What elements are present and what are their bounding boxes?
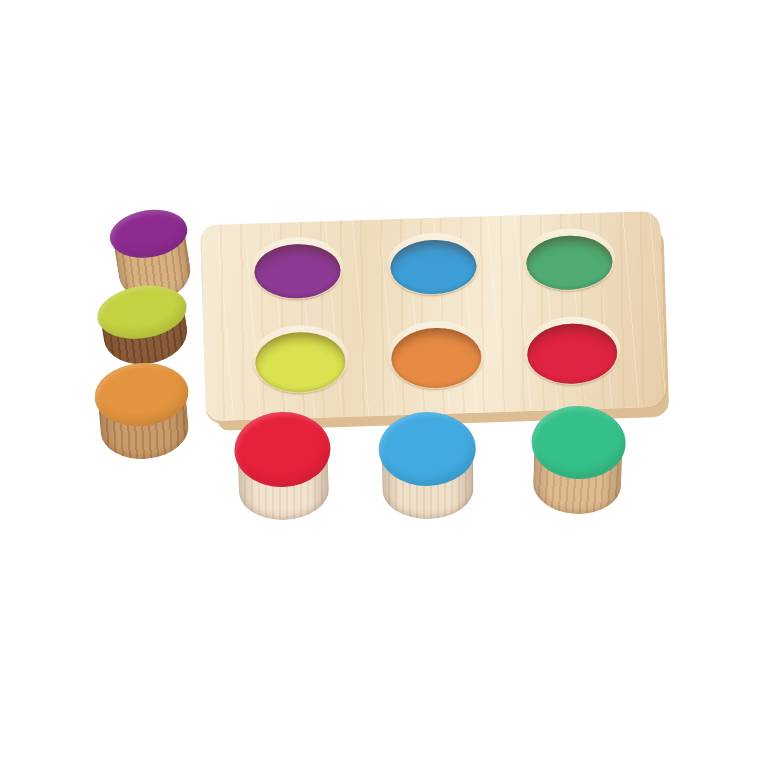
recess-green[interactable] (522, 227, 616, 292)
recess-blue-hole (390, 238, 478, 295)
recess-red-hole (526, 322, 618, 385)
recess-blue[interactable] (386, 231, 480, 296)
peg-orange[interactable] (92, 359, 194, 463)
board-cell (367, 307, 506, 402)
product-photo-scene (0, 0, 768, 768)
board-cell (228, 220, 367, 315)
peg-lime[interactable] (93, 279, 194, 370)
recess-orange-hole (390, 326, 482, 389)
board-grid (200, 212, 642, 422)
recess-purple-hole (254, 242, 342, 299)
color-matching-board (200, 211, 666, 421)
recess-red[interactable] (523, 315, 621, 386)
recess-green-hole (526, 234, 614, 291)
board-cell (364, 216, 503, 311)
recess-lime-hole (254, 330, 346, 393)
board-cell (231, 311, 370, 406)
peg-blue[interactable] (378, 411, 477, 520)
recess-purple[interactable] (250, 235, 344, 300)
board-cell (500, 212, 639, 307)
recess-orange[interactable] (387, 319, 485, 390)
peg-red[interactable] (233, 410, 333, 521)
recess-lime[interactable] (251, 323, 349, 394)
board-cell (503, 303, 642, 398)
peg-green[interactable] (529, 404, 627, 515)
